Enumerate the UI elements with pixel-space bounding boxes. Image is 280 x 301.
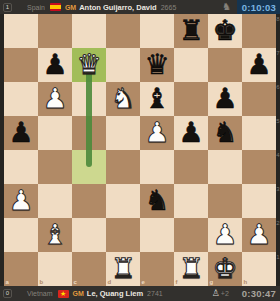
- square-a2[interactable]: [4, 218, 38, 252]
- square-a8[interactable]: [4, 14, 38, 48]
- white-queen[interactable]: ♛: [72, 48, 106, 82]
- top-player-clock: 0:10:03: [237, 0, 280, 14]
- square-a3[interactable]: ♟: [4, 184, 38, 218]
- square-f4[interactable]: [174, 150, 208, 184]
- square-g5[interactable]: ♞: [208, 116, 242, 150]
- white-rook[interactable]: ♜: [106, 252, 140, 286]
- square-a4[interactable]: [4, 150, 38, 184]
- square-a7[interactable]: [4, 48, 38, 82]
- file-label-e: e: [142, 279, 145, 286]
- square-h4[interactable]: [242, 150, 276, 184]
- square-e8[interactable]: [140, 14, 174, 48]
- bottom-player-clock: 0:30:47: [237, 286, 280, 301]
- square-e7[interactable]: ♛: [140, 48, 174, 82]
- square-e6[interactable]: ♝: [140, 82, 174, 116]
- file-label-c: c: [74, 279, 77, 286]
- square-d4[interactable]: [106, 150, 140, 184]
- rank-label-8: 8: [275, 16, 280, 23]
- square-g1[interactable]: ♚g: [208, 252, 242, 286]
- file-label-a: a: [6, 279, 9, 286]
- white-pawn[interactable]: ♟: [38, 82, 72, 116]
- rank-label-4: 4: [275, 152, 280, 159]
- square-e2[interactable]: [140, 218, 174, 252]
- square-f6[interactable]: [174, 82, 208, 116]
- black-pawn[interactable]: ♟: [38, 48, 72, 82]
- square-h7[interactable]: ♟: [242, 48, 276, 82]
- square-h6[interactable]: [242, 82, 276, 116]
- black-pawn[interactable]: ♟: [174, 116, 208, 150]
- white-pawn[interactable]: ♟: [140, 116, 174, 150]
- square-d3[interactable]: [106, 184, 140, 218]
- vietnam-flag-icon: ★: [58, 290, 69, 298]
- square-c3[interactable]: [72, 184, 106, 218]
- black-pawn[interactable]: ♟: [208, 82, 242, 116]
- square-f1[interactable]: ♜f: [174, 252, 208, 286]
- black-pawn[interactable]: ♟: [242, 48, 276, 82]
- bottom-player-bar: 0 Vietnam ★ GM Le, Quang Liem 2741 ♙ +2 …: [0, 286, 280, 301]
- square-f2[interactable]: [174, 218, 208, 252]
- white-pawn[interactable]: ♟: [242, 218, 276, 252]
- black-knight[interactable]: ♞: [208, 116, 242, 150]
- black-king[interactable]: ♚: [208, 14, 242, 48]
- black-bishop[interactable]: ♝: [140, 82, 174, 116]
- rank-label-2: 2: [275, 220, 280, 227]
- square-e3[interactable]: ♞: [140, 184, 174, 218]
- star-icon: ★: [58, 290, 69, 298]
- rank-label-3: 3: [275, 186, 280, 193]
- top-player-bar: 1 Spain GM Anton Guijarro, David 2665 ♞ …: [0, 0, 280, 14]
- square-b1[interactable]: b: [38, 252, 72, 286]
- square-b8[interactable]: [38, 14, 72, 48]
- square-h2[interactable]: ♟: [242, 218, 276, 252]
- square-c8[interactable]: [72, 14, 106, 48]
- square-b7[interactable]: ♟: [38, 48, 72, 82]
- bottom-country-label: Vietnam: [27, 290, 53, 297]
- white-king[interactable]: ♚: [208, 252, 242, 286]
- square-h1[interactable]: h: [242, 252, 276, 286]
- square-b3[interactable]: [38, 184, 72, 218]
- square-d8[interactable]: [106, 14, 140, 48]
- square-b4[interactable]: [38, 150, 72, 184]
- square-a5[interactable]: ♟: [4, 116, 38, 150]
- white-rook[interactable]: ♜: [174, 252, 208, 286]
- square-c2[interactable]: [72, 218, 106, 252]
- square-b5[interactable]: [38, 116, 72, 150]
- black-pawn[interactable]: ♟: [4, 116, 38, 150]
- bottom-player-rating: 2741: [147, 290, 163, 297]
- square-d5[interactable]: [106, 116, 140, 150]
- square-h3[interactable]: [242, 184, 276, 218]
- white-pawn[interactable]: ♟: [208, 218, 242, 252]
- square-h8[interactable]: [242, 14, 276, 48]
- rank-coordinates: 87654321: [276, 14, 280, 286]
- square-d2[interactable]: [106, 218, 140, 252]
- square-g6[interactable]: ♟: [208, 82, 242, 116]
- knight-icon: ♞: [222, 0, 231, 14]
- square-g2[interactable]: ♟: [208, 218, 242, 252]
- square-a6[interactable]: [4, 82, 38, 116]
- bottom-player-name: Le, Quang Liem: [87, 289, 143, 298]
- square-f3[interactable]: [174, 184, 208, 218]
- rank-label-5: 5: [275, 118, 280, 125]
- square-d6[interactable]: ♞: [106, 82, 140, 116]
- black-knight[interactable]: ♞: [140, 184, 174, 218]
- square-g8[interactable]: ♚: [208, 14, 242, 48]
- square-f7[interactable]: [174, 48, 208, 82]
- top-player-name: Anton Guijarro, David: [79, 3, 157, 12]
- square-g7[interactable]: [208, 48, 242, 82]
- top-player-rating: 2665: [161, 4, 177, 11]
- pawn-icon: ♙: [212, 286, 220, 301]
- square-e1[interactable]: e: [140, 252, 174, 286]
- bottom-title-label: GM: [73, 290, 84, 297]
- top-country-label: Spain: [27, 4, 45, 11]
- file-label-h: h: [244, 279, 248, 286]
- white-knight[interactable]: ♞: [106, 82, 140, 116]
- square-f8[interactable]: ♜: [174, 14, 208, 48]
- rank-label-7: 7: [275, 50, 280, 57]
- square-h5[interactable]: [242, 116, 276, 150]
- square-c7[interactable]: ♛: [72, 48, 106, 82]
- square-f5[interactable]: ♟: [174, 116, 208, 150]
- rank-label-6: 6: [275, 84, 280, 91]
- top-title-label: GM: [65, 4, 76, 11]
- square-d7[interactable]: [106, 48, 140, 82]
- file-label-b: b: [40, 279, 44, 286]
- square-b6[interactable]: ♟: [38, 82, 72, 116]
- square-a1[interactable]: a: [4, 252, 38, 286]
- spain-flag-icon: [50, 3, 61, 11]
- black-rook[interactable]: ♜: [174, 14, 208, 48]
- square-b2[interactable]: ♝: [38, 218, 72, 252]
- top-score-badge: 1: [3, 3, 12, 12]
- material-advantage: ♙ +2: [212, 286, 229, 301]
- white-bishop[interactable]: ♝: [38, 218, 72, 252]
- chess-board[interactable]: ♜♚♟♛♛♟♟♞♝♟♟♟♟♞♟♞♝♟♟abc♜de♜f♚gh: [4, 14, 276, 286]
- square-e4[interactable]: [140, 150, 174, 184]
- square-e5[interactable]: ♟: [140, 116, 174, 150]
- square-d1[interactable]: ♜d: [106, 252, 140, 286]
- bottom-score-badge: 0: [3, 289, 12, 298]
- square-c1[interactable]: c: [72, 252, 106, 286]
- rank-label-1: 1: [275, 254, 280, 261]
- square-g4[interactable]: [208, 150, 242, 184]
- white-pawn[interactable]: ♟: [4, 184, 38, 218]
- square-g3[interactable]: [208, 184, 242, 218]
- black-queen[interactable]: ♛: [140, 48, 174, 82]
